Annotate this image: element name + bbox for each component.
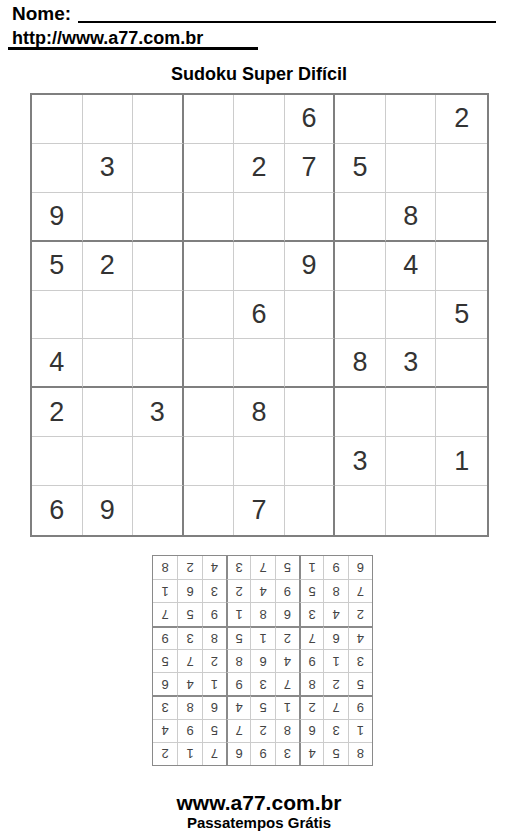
solution-cell-r9c1: 6 [348,556,372,579]
solution-cell-r3c1: 9 [348,695,372,718]
solution-cell-r8c1: 7 [348,579,372,602]
solution-cell-r5c4: 4 [275,649,299,672]
puzzle-cell-r5c6 [285,291,336,340]
solution-cell-r8c9: 1 [153,579,177,602]
solution-cell-r4c5: 3 [250,672,274,695]
solution-cell-r3c3: 2 [299,695,323,718]
puzzle-cell-r7c6 [285,388,336,437]
solution-cell-r7c1: 2 [348,602,372,625]
solution-cell-r9c7: 4 [202,556,226,579]
solution-cell-r1c5: 9 [250,742,274,765]
solution-cell-r7c9: 7 [153,602,177,625]
puzzle-cell-r3c9 [436,193,487,242]
solution-cell-r9c9: 8 [153,556,177,579]
solution-cell-r7c4: 6 [275,602,299,625]
solution-cell-r6c2: 6 [323,626,347,649]
puzzle-cell-r8c9: 1 [436,437,487,486]
solution-cell-r9c8: 2 [177,556,201,579]
puzzle-cell-r6c2 [83,339,134,388]
solution-cell-r8c2: 8 [323,579,347,602]
solution-cell-r1c7: 7 [202,742,226,765]
solution-cell-r9c3: 1 [299,556,323,579]
puzzle-cell-r1c4 [184,95,235,144]
puzzle-cell-r2c6: 7 [285,144,336,193]
solution-cell-r3c9: 3 [153,695,177,718]
solution-cell-r5c1: 3 [348,649,372,672]
puzzle-cell-r6c8: 3 [386,339,437,388]
puzzle-cell-r4c9 [436,242,487,291]
solution-cell-r6c5: 1 [250,626,274,649]
solution-cell-r1c4: 3 [275,742,299,765]
puzzle-cell-r9c6 [285,486,336,535]
solution-cell-r1c3: 4 [299,742,323,765]
puzzle-cell-r6c5 [234,339,285,388]
solution-cell-r6c3: 7 [299,626,323,649]
page-title: Sudoku Super Difícil [0,64,518,85]
puzzle-cell-r4c3 [133,242,184,291]
puzzle-cell-r9c1: 6 [32,486,83,535]
puzzle-cell-r1c7 [335,95,386,144]
solution-cell-r5c9: 5 [153,649,177,672]
puzzle-cell-r1c2 [83,95,134,144]
solution-cell-r8c7: 3 [202,579,226,602]
puzzle-cell-r2c7: 5 [335,144,386,193]
footer-tagline: Passatempos Grátis [0,814,518,831]
puzzle-cell-r1c9: 2 [436,95,487,144]
solution-cell-r8c6: 2 [226,579,250,602]
sudoku-solution-grid-rotated: 8543967121368275949721546835287391463194… [152,555,373,766]
puzzle-cell-r7c8 [386,388,437,437]
solution-cell-r6c4: 2 [275,626,299,649]
sudoku-puzzle-grid: 6232759852946548323831697 [30,93,489,537]
puzzle-cell-r1c1 [32,95,83,144]
solution-cell-r7c5: 8 [250,602,274,625]
solution-cell-r1c2: 5 [323,742,347,765]
puzzle-cell-r7c1: 2 [32,388,83,437]
puzzle-cell-r9c4 [184,486,235,535]
puzzle-cell-r4c7 [335,242,386,291]
puzzle-cell-r7c4 [184,388,235,437]
solution-cell-r3c8: 8 [177,695,201,718]
puzzle-cell-r9c3 [133,486,184,535]
solution-cell-r6c7: 8 [202,626,226,649]
puzzle-cell-r4c8: 4 [386,242,437,291]
puzzle-cell-r3c6 [285,193,336,242]
solution-cell-r4c4: 7 [275,672,299,695]
puzzle-cell-r5c1 [32,291,83,340]
puzzle-cell-r2c1 [32,144,83,193]
solution-cell-r7c7: 9 [202,602,226,625]
solution-cell-r7c3: 3 [299,602,323,625]
puzzle-cell-r2c3 [133,144,184,193]
solution-cell-r2c9: 4 [153,719,177,742]
solution-cell-r5c6: 8 [226,649,250,672]
puzzle-cell-r4c2: 2 [83,242,134,291]
puzzle-cell-r6c1: 4 [32,339,83,388]
solution-cell-r9c2: 9 [323,556,347,579]
solution-cell-r5c5: 6 [250,649,274,672]
puzzle-cell-r8c7: 3 [335,437,386,486]
solution-cell-r6c8: 3 [177,626,201,649]
solution-cell-r1c9: 2 [153,742,177,765]
puzzle-cell-r5c3 [133,291,184,340]
puzzle-cell-r2c4 [184,144,235,193]
solution-cell-r2c7: 5 [202,719,226,742]
puzzle-cell-r5c2 [83,291,134,340]
solution-cell-r1c6: 6 [226,742,250,765]
puzzle-cell-r3c4 [184,193,235,242]
puzzle-cell-r2c2: 3 [83,144,134,193]
solution-cell-r3c6: 4 [226,695,250,718]
solution-cell-r2c2: 3 [323,719,347,742]
puzzle-cell-r7c2 [83,388,134,437]
solution-cell-r4c3: 8 [299,672,323,695]
puzzle-cell-r9c7 [335,486,386,535]
solution-cell-r8c4: 9 [275,579,299,602]
puzzle-cell-r5c9: 5 [436,291,487,340]
puzzle-cell-r5c7 [335,291,386,340]
solution-cell-r9c6: 3 [226,556,250,579]
solution-cell-r2c3: 6 [299,719,323,742]
puzzle-cell-r8c5 [234,437,285,486]
puzzle-cell-r1c3 [133,95,184,144]
solution-cell-r9c4: 5 [275,556,299,579]
solution-cell-r5c2: 1 [323,649,347,672]
puzzle-cell-r8c6 [285,437,336,486]
puzzle-cell-r3c2 [83,193,134,242]
puzzle-cell-r5c8 [386,291,437,340]
solution-cell-r4c6: 9 [226,672,250,695]
solution-cell-r4c1: 5 [348,672,372,695]
puzzle-cell-r7c9 [436,388,487,437]
solution-cell-r4c8: 4 [177,672,201,695]
puzzle-cell-r9c5: 7 [234,486,285,535]
puzzle-cell-r9c2: 9 [83,486,134,535]
puzzle-cell-r3c1: 9 [32,193,83,242]
puzzle-cell-r4c6: 9 [285,242,336,291]
solution-cell-r6c9: 9 [153,626,177,649]
solution-cell-r7c6: 1 [226,602,250,625]
puzzle-cell-r6c9 [436,339,487,388]
puzzle-cell-r8c3 [133,437,184,486]
puzzle-cell-r3c7 [335,193,386,242]
solution-cell-r1c8: 1 [177,742,201,765]
puzzle-cell-r1c8 [386,95,437,144]
solution-cell-r1c1: 8 [348,742,372,765]
solution-cell-r5c7: 2 [202,649,226,672]
name-label: Nome: [12,3,71,25]
solution-cell-r6c1: 4 [348,626,372,649]
puzzle-cell-r2c8 [386,144,437,193]
header-divider [8,47,258,50]
solution-cell-r7c2: 4 [323,602,347,625]
puzzle-cell-r6c3 [133,339,184,388]
puzzle-cell-r9c9 [436,486,487,535]
puzzle-cell-r1c6: 6 [285,95,336,144]
solution-cell-r2c4: 8 [275,719,299,742]
puzzle-cell-r5c4 [184,291,235,340]
solution-cell-r3c7: 6 [202,695,226,718]
puzzle-cell-r1c5 [234,95,285,144]
solution-cell-r2c5: 2 [250,719,274,742]
puzzle-cell-r9c8 [386,486,437,535]
solution-cell-r2c8: 9 [177,719,201,742]
puzzle-cell-r3c5 [234,193,285,242]
solution-cell-r4c2: 2 [323,672,347,695]
puzzle-cell-r4c1: 5 [32,242,83,291]
footer-site: www.a77.com.br [0,791,518,815]
puzzle-cell-r4c4 [184,242,235,291]
solution-cell-r7c8: 5 [177,602,201,625]
solution-cell-r8c5: 4 [250,579,274,602]
puzzle-cell-r4c5 [234,242,285,291]
puzzle-cell-r6c4 [184,339,235,388]
puzzle-cell-r2c9 [436,144,487,193]
puzzle-cell-r8c1 [32,437,83,486]
puzzle-cell-r3c3 [133,193,184,242]
solution-cell-r8c8: 6 [177,579,201,602]
puzzle-cell-r8c4 [184,437,235,486]
solution-cell-r3c4: 1 [275,695,299,718]
puzzle-cell-r8c2 [83,437,134,486]
puzzle-cell-r6c7: 8 [335,339,386,388]
solution-cell-r3c2: 7 [323,695,347,718]
solution-cell-r4c9: 6 [153,672,177,695]
solution-cell-r5c8: 7 [177,649,201,672]
puzzle-cell-r7c7 [335,388,386,437]
solution-cell-r8c3: 5 [299,579,323,602]
solution-cell-r4c7: 1 [202,672,226,695]
puzzle-cell-r6c6 [285,339,336,388]
site-url-header: http://www.a77.com.br [12,28,203,49]
puzzle-cell-r5c5: 6 [234,291,285,340]
puzzle-cell-r3c8: 8 [386,193,437,242]
solution-cell-r5c3: 9 [299,649,323,672]
solution-cell-r6c6: 5 [226,626,250,649]
puzzle-cell-r7c5: 8 [234,388,285,437]
solution-cell-r2c6: 7 [226,719,250,742]
puzzle-cell-r8c8 [386,437,437,486]
puzzle-cell-r7c3: 3 [133,388,184,437]
solution-cell-r9c5: 7 [250,556,274,579]
puzzle-cell-r2c5: 2 [234,144,285,193]
solution-cell-r3c5: 5 [250,695,274,718]
solution-cell-r2c1: 1 [348,719,372,742]
name-underline [78,21,496,23]
